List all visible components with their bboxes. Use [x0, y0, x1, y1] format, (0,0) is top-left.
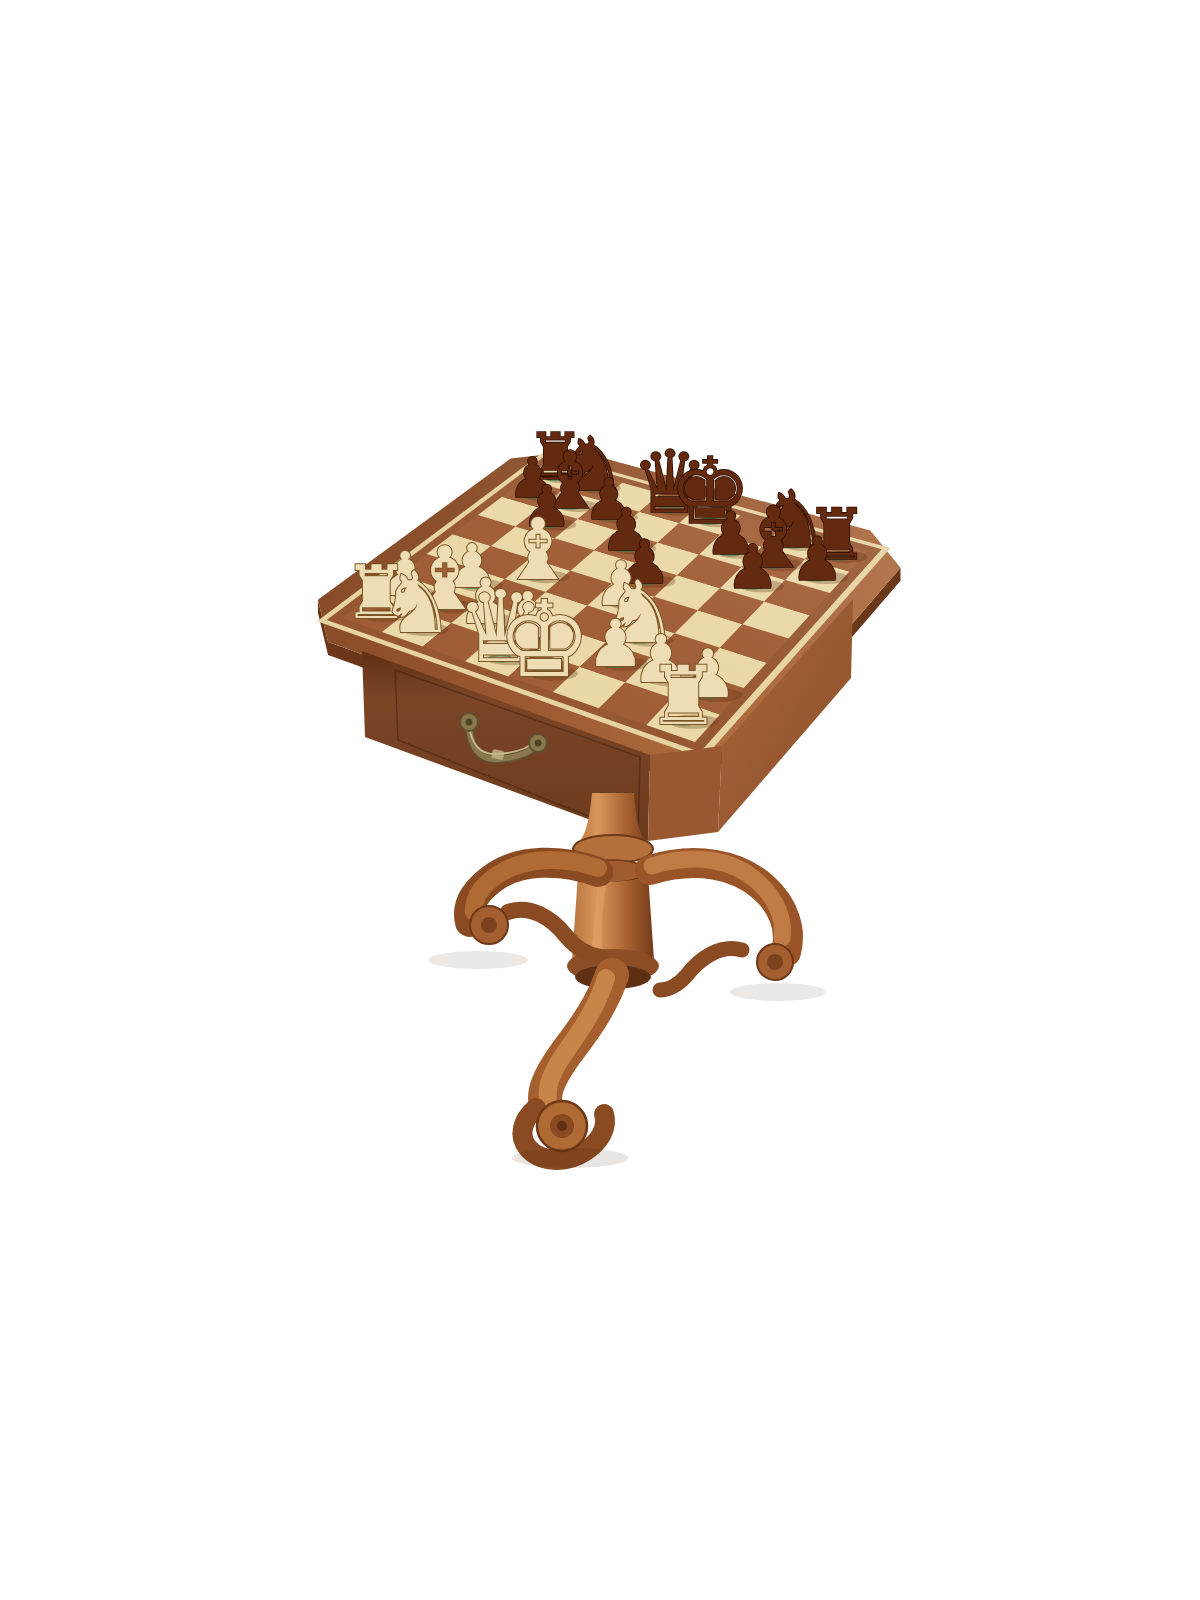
apron-corner-face	[648, 746, 722, 841]
piece-white-knight-b1: ♞	[379, 553, 455, 652]
white-knight-glyph: ♞	[379, 553, 455, 652]
chess-table-scene: ♜♞♟♝♛♟♚♟♞♟♟♜♝♝♟♟♟♟♟♟♝♜♟♞♟♞♛♟♚♟♟♜	[0, 0, 1200, 1600]
product-photo: ♜♞♟♝♛♟♚♟♞♟♟♜♝♝♟♟♟♟♟♟♝♜♟♞♟♞♛♟♚♟♟♜	[0, 0, 1200, 1600]
black-pawn-glyph: ♟	[726, 532, 780, 602]
shadow-right-foot	[730, 983, 826, 1001]
piece-white-rook-h1: ♜	[647, 648, 720, 743]
shadow-front-foot	[512, 1148, 628, 1168]
black-pawn-glyph: ♟	[790, 524, 844, 594]
white-rook-glyph: ♜	[647, 648, 720, 743]
piece-black-pawn-h7: ♟	[790, 524, 848, 594]
piece-white-king-e1: ♚	[497, 578, 591, 701]
shadow-left-foot	[428, 951, 528, 969]
piece-black-pawn-g6: ♟	[726, 532, 784, 602]
white-king-glyph: ♚	[497, 578, 591, 701]
